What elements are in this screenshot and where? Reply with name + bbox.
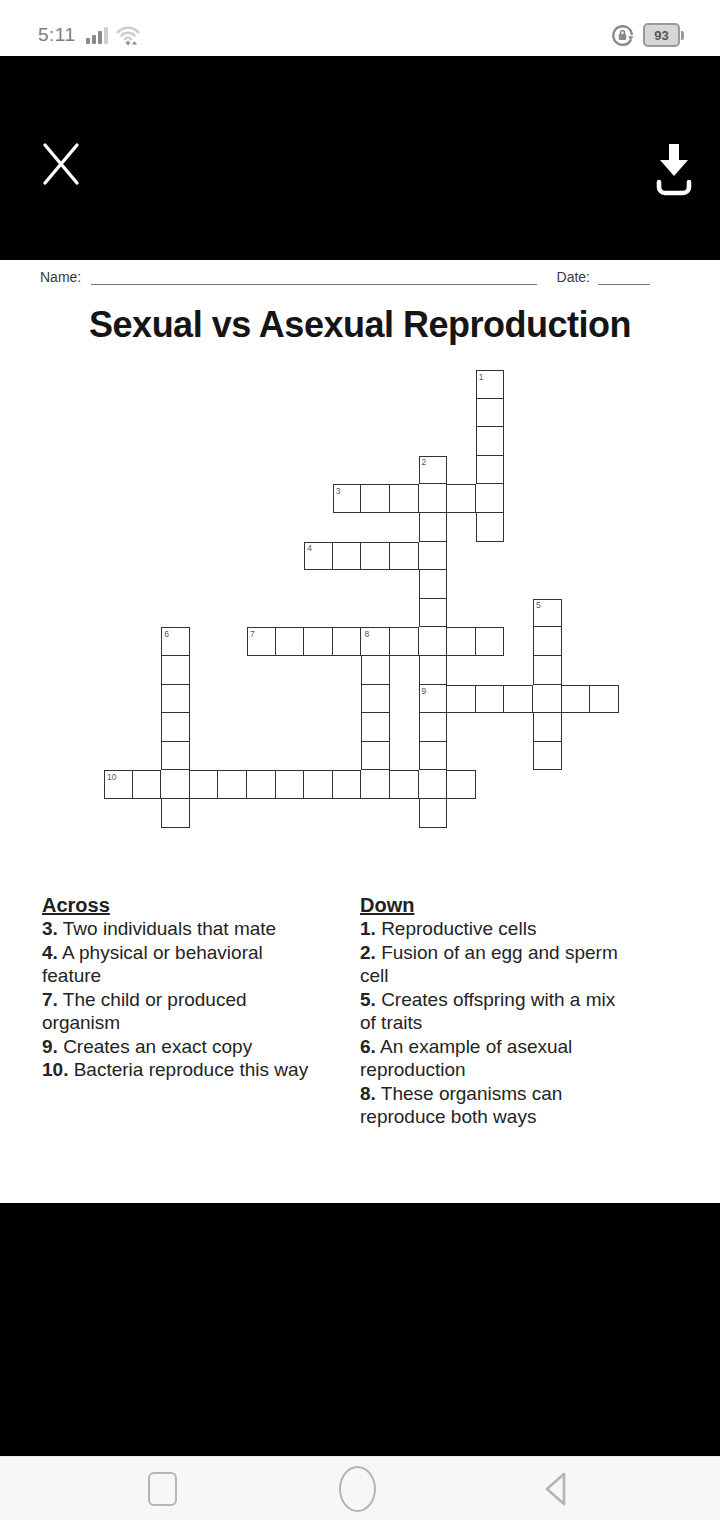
crossword-cell[interactable] xyxy=(161,713,190,742)
crossword-cell[interactable] xyxy=(276,627,305,656)
back-icon xyxy=(538,1467,572,1511)
clue-number: 9 xyxy=(422,687,427,696)
crossword-cell[interactable] xyxy=(304,770,333,799)
clue-item: 8. These organisms can reproduce both wa… xyxy=(360,1082,698,1129)
close-button[interactable] xyxy=(38,140,84,188)
crossword-grid[interactable]: 12345678910 xyxy=(104,370,620,829)
crossword-cell[interactable] xyxy=(533,685,562,714)
crossword-cell[interactable] xyxy=(419,627,448,656)
clue-number: 3 xyxy=(336,487,341,496)
recents-icon xyxy=(148,1472,177,1506)
crossword-cell[interactable] xyxy=(247,770,276,799)
status-bar: 5:11 93 xyxy=(0,0,720,56)
clue-item: 4. A physical or behavioral feature xyxy=(42,941,344,988)
android-nav-bar xyxy=(0,1456,720,1520)
close-icon xyxy=(38,140,84,188)
crossword-cell[interactable] xyxy=(447,770,476,799)
crossword-cell[interactable] xyxy=(333,627,362,656)
clue-item: 3. Two individuals that mate xyxy=(42,917,344,941)
crossword-cell[interactable] xyxy=(419,713,448,742)
crossword-cell[interactable] xyxy=(419,484,448,513)
crossword-cell[interactable] xyxy=(476,513,505,542)
down-clues: Down 1. Reproductive cells2. Fusion of a… xyxy=(360,893,698,1129)
crossword-cell[interactable] xyxy=(419,570,448,599)
crossword-cell[interactable] xyxy=(333,770,362,799)
clue-item: 7. The child or produced organism xyxy=(42,988,344,1035)
crossword-cell[interactable] xyxy=(419,656,448,685)
crossword-cell[interactable] xyxy=(304,627,333,656)
viewer-toolbar xyxy=(0,56,720,260)
clue-number: 7 xyxy=(250,630,255,639)
clue-number: 4 xyxy=(307,544,312,553)
clue-item: 1. Reproductive cells xyxy=(360,917,698,941)
crossword-cell[interactable] xyxy=(390,627,419,656)
clue-number: 6 xyxy=(164,630,169,639)
clue-item: 2. Fusion of an egg and sperm cell xyxy=(360,941,698,988)
crossword-cell[interactable] xyxy=(419,770,448,799)
crossword-cell[interactable] xyxy=(476,484,505,513)
clue-number: 8 xyxy=(364,630,369,639)
name-date-row: Name: Date: xyxy=(40,268,650,286)
crossword-cell[interactable] xyxy=(476,399,505,428)
crossword-cell[interactable] xyxy=(476,685,505,714)
crossword-cell[interactable] xyxy=(533,656,562,685)
crossword-cell[interactable] xyxy=(447,685,476,714)
crossword-cell[interactable] xyxy=(390,542,419,571)
crossword-cell[interactable] xyxy=(476,427,505,456)
crossword-cell[interactable] xyxy=(161,799,190,828)
recents-button[interactable] xyxy=(148,1472,177,1506)
clue-item: 5. Creates offspring with a mix of trait… xyxy=(360,988,698,1035)
crossword-cell[interactable] xyxy=(361,713,390,742)
crossword-cell[interactable] xyxy=(562,685,591,714)
crossword-cell[interactable] xyxy=(533,742,562,771)
crossword-cell[interactable] xyxy=(419,742,448,771)
crossword-cell[interactable] xyxy=(361,685,390,714)
crossword-cell[interactable] xyxy=(161,685,190,714)
crossword-cell[interactable] xyxy=(419,599,448,628)
back-button[interactable] xyxy=(538,1467,572,1511)
crossword-cell[interactable] xyxy=(361,770,390,799)
down-header: Down xyxy=(360,893,698,917)
signal-strength-icon xyxy=(86,27,108,44)
crossword-cell[interactable] xyxy=(419,542,448,571)
crossword-cell[interactable] xyxy=(419,799,448,828)
clue-item: 10. Bacteria reproduce this way xyxy=(42,1058,344,1082)
date-blank-line[interactable] xyxy=(598,269,650,285)
crossword-cell[interactable] xyxy=(276,770,305,799)
crossword-cell[interactable] xyxy=(476,456,505,485)
date-label: Date: xyxy=(557,268,590,286)
crossword-cell[interactable] xyxy=(590,685,619,714)
crossword-cell[interactable] xyxy=(390,770,419,799)
across-clues: Across 3. Two individuals that mate4. A … xyxy=(42,893,344,1082)
crossword-cell[interactable] xyxy=(476,627,505,656)
crossword-cell[interactable] xyxy=(218,770,247,799)
crossword-cell[interactable] xyxy=(161,770,190,799)
download-icon xyxy=(652,142,696,198)
crossword-cell[interactable] xyxy=(361,742,390,771)
home-button[interactable] xyxy=(339,1466,376,1512)
crossword-cell[interactable] xyxy=(419,513,448,542)
home-icon xyxy=(339,1466,376,1512)
crossword-cell[interactable] xyxy=(161,742,190,771)
crossword-cell[interactable] xyxy=(390,484,419,513)
crossword-cell[interactable] xyxy=(190,770,219,799)
battery-indicator: 93 xyxy=(643,23,684,47)
name-label: Name: xyxy=(40,268,81,286)
clue-number: 10 xyxy=(107,773,116,782)
crossword-cell[interactable] xyxy=(533,627,562,656)
crossword-cell[interactable] xyxy=(533,713,562,742)
clue-number: 2 xyxy=(422,458,427,467)
wifi-icon xyxy=(116,24,140,46)
rotation-lock-icon xyxy=(610,23,635,48)
crossword-cell[interactable] xyxy=(447,627,476,656)
download-button[interactable] xyxy=(652,142,696,198)
clue-item: 6. An example of asexual reproduction xyxy=(360,1035,698,1082)
clock: 5:11 xyxy=(38,24,76,46)
puzzle-title: Sexual vs Asexual Reproduction xyxy=(0,304,720,346)
crossword-cell[interactable] xyxy=(333,542,362,571)
clue-number: 1 xyxy=(479,373,484,382)
phone-screen: 5:11 93 xyxy=(0,0,720,1520)
crossword-cell[interactable] xyxy=(361,542,390,571)
clue-number: 5 xyxy=(536,601,541,610)
worksheet-page: Name: Date: Sexual vs Asexual Reproducti… xyxy=(0,260,720,1203)
crossword-cell[interactable] xyxy=(161,656,190,685)
crossword-cell[interactable] xyxy=(361,484,390,513)
crossword-cell[interactable] xyxy=(447,484,476,513)
letterbox-bottom xyxy=(0,1203,720,1456)
across-header: Across xyxy=(42,893,344,917)
name-blank-line[interactable] xyxy=(91,269,536,285)
battery-percent: 93 xyxy=(654,28,668,43)
crossword-cell[interactable] xyxy=(133,770,162,799)
crossword-cell[interactable] xyxy=(361,656,390,685)
crossword-cell[interactable] xyxy=(504,685,533,714)
clue-item: 9. Creates an exact copy xyxy=(42,1035,344,1059)
